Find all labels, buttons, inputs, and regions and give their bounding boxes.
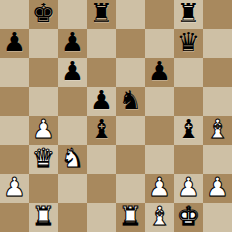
square-h7[interactable] — [203, 29, 232, 58]
square-h5[interactable] — [203, 87, 232, 116]
square-d7[interactable] — [87, 29, 116, 58]
square-a6[interactable] — [0, 58, 29, 87]
square-a4[interactable] — [0, 116, 29, 145]
white-pawn-piece: ♟ — [148, 173, 171, 202]
square-d2[interactable] — [87, 174, 116, 203]
square-c5[interactable] — [58, 87, 87, 116]
square-h1[interactable] — [203, 203, 232, 232]
black-pawn-piece: ♟ — [3, 28, 26, 57]
square-e1[interactable]: ♜ — [116, 203, 145, 232]
square-a7[interactable]: ♟ — [0, 29, 29, 58]
square-c3[interactable]: ♞ — [58, 145, 87, 174]
square-d4[interactable]: ♝ — [87, 116, 116, 145]
square-f7[interactable] — [145, 29, 174, 58]
square-e7[interactable] — [116, 29, 145, 58]
square-a3[interactable] — [0, 145, 29, 174]
black-pawn-piece: ♟ — [90, 86, 113, 115]
square-d1[interactable] — [87, 203, 116, 232]
square-c7[interactable]: ♟ — [58, 29, 87, 58]
square-b3[interactable]: ♛ — [29, 145, 58, 174]
black-king-piece: ♚ — [32, 0, 55, 28]
square-e8[interactable] — [116, 0, 145, 29]
square-g4[interactable]: ♝ — [174, 116, 203, 145]
square-h6[interactable] — [203, 58, 232, 87]
square-f6[interactable]: ♟ — [145, 58, 174, 87]
square-c1[interactable] — [58, 203, 87, 232]
white-knight-piece: ♞ — [61, 144, 84, 173]
square-f1[interactable]: ♝ — [145, 203, 174, 232]
square-f5[interactable] — [145, 87, 174, 116]
white-pawn-piece: ♟ — [177, 173, 200, 202]
white-pawn-piece: ♟ — [32, 115, 55, 144]
white-king-piece: ♚ — [177, 202, 200, 231]
white-bishop-piece: ♝ — [148, 202, 171, 231]
square-h8[interactable] — [203, 0, 232, 29]
black-rook-piece: ♜ — [177, 0, 200, 28]
square-d3[interactable] — [87, 145, 116, 174]
black-knight-piece: ♞ — [119, 86, 142, 115]
square-e4[interactable] — [116, 116, 145, 145]
square-e6[interactable] — [116, 58, 145, 87]
square-c4[interactable] — [58, 116, 87, 145]
black-queen-piece: ♛ — [177, 28, 200, 57]
square-b7[interactable] — [29, 29, 58, 58]
square-g2[interactable]: ♟ — [174, 174, 203, 203]
black-rook-piece: ♜ — [90, 0, 113, 28]
square-h3[interactable] — [203, 145, 232, 174]
black-pawn-piece: ♟ — [61, 28, 84, 57]
white-rook-piece: ♜ — [119, 202, 142, 231]
square-c8[interactable] — [58, 0, 87, 29]
black-bishop-piece: ♝ — [177, 115, 200, 144]
square-a1[interactable] — [0, 203, 29, 232]
square-g6[interactable] — [174, 58, 203, 87]
square-d6[interactable] — [87, 58, 116, 87]
square-d8[interactable]: ♜ — [87, 0, 116, 29]
square-f4[interactable] — [145, 116, 174, 145]
square-b1[interactable]: ♜ — [29, 203, 58, 232]
square-f2[interactable]: ♟ — [145, 174, 174, 203]
white-rook-piece: ♜ — [32, 202, 55, 231]
square-c6[interactable]: ♟ — [58, 58, 87, 87]
white-pawn-piece: ♟ — [206, 173, 229, 202]
square-a2[interactable]: ♟ — [0, 174, 29, 203]
square-e3[interactable] — [116, 145, 145, 174]
square-g7[interactable]: ♛ — [174, 29, 203, 58]
white-bishop-piece: ♝ — [206, 115, 229, 144]
square-g5[interactable] — [174, 87, 203, 116]
square-h2[interactable]: ♟ — [203, 174, 232, 203]
square-b4[interactable]: ♟ — [29, 116, 58, 145]
square-g3[interactable] — [174, 145, 203, 174]
chess-board: ♚♜♜♟♟♛♟♟♟♞♟♝♝♝♛♞♟♟♟♟♜♜♝♚ — [0, 0, 232, 232]
square-e2[interactable] — [116, 174, 145, 203]
square-d5[interactable]: ♟ — [87, 87, 116, 116]
square-c2[interactable] — [58, 174, 87, 203]
white-queen-piece: ♛ — [32, 144, 55, 173]
square-f8[interactable] — [145, 0, 174, 29]
black-bishop-piece: ♝ — [90, 115, 113, 144]
square-h4[interactable]: ♝ — [203, 116, 232, 145]
square-g1[interactable]: ♚ — [174, 203, 203, 232]
square-b8[interactable]: ♚ — [29, 0, 58, 29]
square-b5[interactable] — [29, 87, 58, 116]
square-e5[interactable]: ♞ — [116, 87, 145, 116]
square-a8[interactable] — [0, 0, 29, 29]
black-pawn-piece: ♟ — [61, 57, 84, 86]
square-b2[interactable] — [29, 174, 58, 203]
square-b6[interactable] — [29, 58, 58, 87]
black-pawn-piece: ♟ — [148, 57, 171, 86]
white-pawn-piece: ♟ — [3, 173, 26, 202]
square-a5[interactable] — [0, 87, 29, 116]
square-g8[interactable]: ♜ — [174, 0, 203, 29]
square-f3[interactable] — [145, 145, 174, 174]
